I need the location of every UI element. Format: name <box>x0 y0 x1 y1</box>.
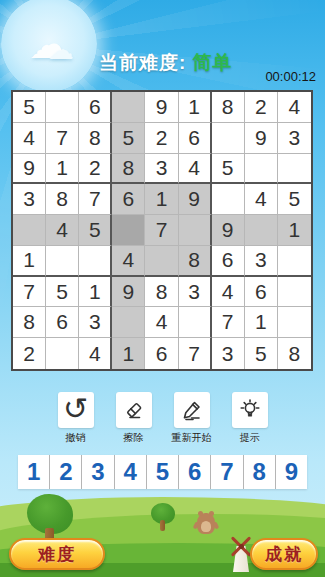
cell-r8c7[interactable]: 7 <box>212 307 245 338</box>
cell-r4c7[interactable] <box>212 184 245 215</box>
cell-r2c3[interactable]: 8 <box>79 123 112 154</box>
lightbulb-icon <box>238 398 262 422</box>
cell-r9c6[interactable]: 7 <box>179 338 212 369</box>
cell-r2c9[interactable]: 3 <box>278 123 311 154</box>
cell-r7c3[interactable]: 1 <box>79 277 112 308</box>
sudoku-board[interactable]: 5691824478526939128345387619454579114863… <box>11 90 313 371</box>
cell-r6c5[interactable] <box>145 246 178 277</box>
cell-r3c9[interactable] <box>278 154 311 185</box>
cell-r5c2[interactable]: 4 <box>46 215 79 246</box>
eraser-icon <box>122 398 146 422</box>
cell-r3c5[interactable]: 3 <box>145 154 178 185</box>
cell-r1c9[interactable]: 4 <box>278 92 311 123</box>
cell-r3c2[interactable]: 1 <box>46 154 79 185</box>
cell-r5c4[interactable] <box>112 215 145 246</box>
cell-r7c8[interactable]: 6 <box>245 277 278 308</box>
timer: 00:00:12 <box>265 69 316 84</box>
restart-label: 重新开始 <box>172 431 212 445</box>
cell-r9c7[interactable]: 3 <box>212 338 245 369</box>
difficulty-header: 当前难度: 简单 <box>99 50 233 76</box>
cell-r5c6[interactable] <box>179 215 212 246</box>
cell-r5c5[interactable]: 7 <box>145 215 178 246</box>
cell-r9c3[interactable]: 4 <box>79 338 112 369</box>
cell-r8c5[interactable]: 4 <box>145 307 178 338</box>
cell-r2c7[interactable] <box>212 123 245 154</box>
cell-r9c5[interactable]: 6 <box>145 338 178 369</box>
cell-r7c5[interactable]: 8 <box>145 277 178 308</box>
cell-r1c3[interactable]: 6 <box>79 92 112 123</box>
gopher <box>197 513 215 534</box>
cell-r9c8[interactable]: 5 <box>245 338 278 369</box>
cell-r4c8[interactable]: 4 <box>245 184 278 215</box>
numpad-key-9[interactable]: 9 <box>276 455 307 489</box>
numpad-key-5[interactable]: 5 <box>147 455 179 489</box>
cell-r8c4[interactable] <box>112 307 145 338</box>
undo-button[interactable]: ↺ <box>58 392 94 428</box>
cell-r7c9[interactable] <box>278 277 311 308</box>
numpad-key-3[interactable]: 3 <box>82 455 114 489</box>
cell-r7c4[interactable]: 9 <box>112 277 145 308</box>
cell-r1c7[interactable]: 8 <box>212 92 245 123</box>
cell-r8c1[interactable]: 8 <box>13 307 46 338</box>
difficulty-button[interactable]: 难度 <box>9 538 105 570</box>
cell-r7c7[interactable]: 4 <box>212 277 245 308</box>
cell-r6c2[interactable] <box>46 246 79 277</box>
cell-r4c2[interactable]: 8 <box>46 184 79 215</box>
difficulty-button-label: 难度 <box>38 543 76 566</box>
cell-r2c2[interactable]: 7 <box>46 123 79 154</box>
numpad-key-6[interactable]: 6 <box>179 455 211 489</box>
numpad-key-2[interactable]: 2 <box>50 455 82 489</box>
cell-r8c2[interactable]: 6 <box>46 307 79 338</box>
cell-r4c1[interactable]: 3 <box>13 184 46 215</box>
cell-r3c7[interactable]: 5 <box>212 154 245 185</box>
cell-r4c9[interactable]: 5 <box>278 184 311 215</box>
cell-r1c4[interactable] <box>112 92 145 123</box>
cloud-icon: ☁☁ <box>29 24 69 64</box>
cell-r3c1[interactable]: 9 <box>13 154 46 185</box>
restart-tool: 重新开始 <box>174 392 210 445</box>
cell-r2c5[interactable]: 2 <box>145 123 178 154</box>
achievement-button[interactable]: 成就 <box>250 538 318 570</box>
cell-r5c3[interactable]: 5 <box>79 215 112 246</box>
erase-tool: 擦除 <box>116 392 152 445</box>
cell-r9c1[interactable]: 2 <box>13 338 46 369</box>
cell-r6c4[interactable]: 4 <box>112 246 145 277</box>
cell-r6c8[interactable]: 3 <box>245 246 278 277</box>
cell-r4c5[interactable]: 1 <box>145 184 178 215</box>
cell-r6c7[interactable]: 6 <box>212 246 245 277</box>
cell-r3c4[interactable]: 8 <box>112 154 145 185</box>
cell-r8c9[interactable] <box>278 307 311 338</box>
undo-label: 撤销 <box>66 431 86 445</box>
cell-r5c7[interactable]: 9 <box>212 215 245 246</box>
cell-r1c1[interactable]: 5 <box>13 92 46 123</box>
cell-r4c6[interactable]: 9 <box>179 184 212 215</box>
cell-r2c6[interactable]: 6 <box>179 123 212 154</box>
cell-r6c9[interactable] <box>278 246 311 277</box>
cell-r2c4[interactable]: 5 <box>112 123 145 154</box>
cell-r5c9[interactable]: 1 <box>278 215 311 246</box>
cell-r5c1[interactable] <box>13 215 46 246</box>
cell-r7c6[interactable]: 3 <box>179 277 212 308</box>
cell-r6c3[interactable] <box>79 246 112 277</box>
cell-r7c1[interactable]: 7 <box>13 277 46 308</box>
sun-cloud-logo: ☁☁ <box>1 0 97 92</box>
cell-r7c2[interactable]: 5 <box>46 277 79 308</box>
cell-r6c1[interactable]: 1 <box>13 246 46 277</box>
cell-r8c8[interactable]: 1 <box>245 307 278 338</box>
cell-r9c9[interactable]: 8 <box>278 338 311 369</box>
small-tree-trunk <box>160 520 165 531</box>
cell-r8c6[interactable] <box>179 307 212 338</box>
cell-r1c6[interactable]: 1 <box>179 92 212 123</box>
erase-button[interactable] <box>116 392 152 428</box>
undo-tool: ↺ 撤销 <box>58 392 94 445</box>
achievement-button-label: 成就 <box>265 543 303 566</box>
cell-r1c2[interactable] <box>46 92 79 123</box>
cell-r2c8[interactable]: 9 <box>245 123 278 154</box>
numpad-key-1[interactable]: 1 <box>18 455 50 489</box>
cell-r4c4[interactable]: 6 <box>112 184 145 215</box>
restart-button[interactable] <box>174 392 210 428</box>
cell-r9c4[interactable]: 1 <box>112 338 145 369</box>
pencil-icon <box>180 398 204 422</box>
numpad-key-4[interactable]: 4 <box>115 455 147 489</box>
numpad-key-7[interactable]: 7 <box>211 455 243 489</box>
cell-r3c6[interactable]: 4 <box>179 154 212 185</box>
cell-r5c8[interactable] <box>245 215 278 246</box>
numpad-key-8[interactable]: 8 <box>244 455 276 489</box>
toolbar: ↺ 撤销 擦除 <box>0 392 325 445</box>
cell-r4c3[interactable]: 7 <box>79 184 112 215</box>
difficulty-value: 简单 <box>193 52 233 73</box>
difficulty-label: 当前难度: <box>99 52 186 73</box>
cell-r6c6[interactable]: 8 <box>179 246 212 277</box>
erase-label: 擦除 <box>124 431 144 445</box>
cell-r2c1[interactable]: 4 <box>13 123 46 154</box>
cell-r3c3[interactable]: 2 <box>79 154 112 185</box>
hint-button[interactable] <box>232 392 268 428</box>
undo-icon: ↺ <box>63 394 88 424</box>
hint-label: 提示 <box>240 431 260 445</box>
cell-r1c8[interactable]: 2 <box>245 92 278 123</box>
cell-r3c8[interactable] <box>245 154 278 185</box>
number-pad: 123456789 <box>18 455 307 489</box>
hint-tool: 提示 <box>232 392 268 445</box>
cell-r9c2[interactable] <box>46 338 79 369</box>
cell-r8c3[interactable]: 3 <box>79 307 112 338</box>
cell-r1c5[interactable]: 9 <box>145 92 178 123</box>
sudoku-app: ☁☁ 当前难度: 简单 00:00:12 5691824478526939128… <box>0 0 325 577</box>
